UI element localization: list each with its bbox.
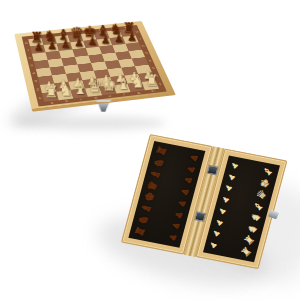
piece-black-pawn-h7: ♟ bbox=[127, 32, 137, 43]
piece-black-pawn-a7: ♟ bbox=[34, 42, 44, 53]
piece-black-pawn-g7: ♟ bbox=[114, 33, 124, 44]
piece-white-rook-a1: ♜ bbox=[44, 85, 58, 101]
stored-piece-dark-pawn: ♟ bbox=[174, 210, 184, 219]
stored-piece-dark-pawn: ♟ bbox=[177, 199, 187, 208]
piece-black-pawn-e7: ♟ bbox=[88, 36, 98, 47]
piece-white-rook-h1: ♜ bbox=[145, 73, 159, 89]
square-b1: ♞ bbox=[56, 90, 73, 100]
hinge-icon bbox=[194, 211, 206, 222]
piece-white-knight-g1: ♞ bbox=[131, 75, 145, 91]
square-c7: ♟ bbox=[57, 42, 73, 51]
stored-piece-light-pawn: ♟ bbox=[227, 172, 238, 183]
file-label-b: b bbox=[59, 98, 75, 103]
stored-piece-dark-pawn: ♟ bbox=[168, 233, 178, 242]
piece-white-king-e1: ♚ bbox=[102, 77, 117, 94]
piece-black-pawn-b7: ♟ bbox=[47, 40, 57, 51]
open-chessboard-scene: abcdefgh abcdefgh 87654321 87654321 ♜♞♝♛… bbox=[0, 0, 210, 150]
hinge-icon bbox=[207, 165, 219, 176]
piece-white-bishop-c1: ♝ bbox=[73, 81, 87, 97]
stored-piece-dark-rook: ♜ bbox=[133, 225, 147, 238]
piece-black-pawn-f7: ♟ bbox=[101, 35, 111, 46]
stored-piece-light-pawn: ♟ bbox=[208, 240, 219, 251]
square-a7: ♟ bbox=[30, 45, 45, 54]
stored-piece-light-pawn: ♟ bbox=[211, 229, 222, 240]
chess-board: abcdefgh abcdefgh 87654321 87654321 ♜♞♝♛… bbox=[14, 21, 176, 112]
square-d4 bbox=[77, 63, 93, 72]
stored-piece-light-pawn: ♟ bbox=[220, 195, 231, 206]
stored-piece-dark-pawn: ♟ bbox=[180, 187, 190, 196]
product-photo: abcdefgh abcdefgh 87654321 87654321 ♜♞♝♛… bbox=[0, 0, 300, 300]
stored-piece-dark-pawn: ♟ bbox=[183, 176, 193, 185]
stored-piece-dark-pawn: ♟ bbox=[186, 164, 196, 173]
square-d1: ♛ bbox=[85, 87, 102, 97]
square-d5 bbox=[75, 55, 91, 64]
stored-piece-dark-pawn: ♟ bbox=[189, 153, 199, 162]
stored-piece-light-pawn: ♟ bbox=[224, 183, 235, 194]
piece-white-bishop-f1: ♝ bbox=[116, 76, 130, 92]
square-h7: ♟ bbox=[123, 35, 139, 43]
square-e5 bbox=[88, 54, 104, 63]
board-pine-frame: abcdefgh abcdefgh 87654321 87654321 ♜♞♝♛… bbox=[14, 21, 176, 112]
stored-piece-light-pawn: ♟ bbox=[214, 217, 225, 228]
rank-label-5: 5 bbox=[142, 49, 151, 57]
piece-black-pawn-c7: ♟ bbox=[61, 39, 71, 50]
square-d7: ♟ bbox=[70, 41, 86, 50]
square-a5 bbox=[34, 60, 50, 69]
stored-piece-dark-pawn: ♟ bbox=[171, 221, 181, 230]
square-b7: ♟ bbox=[43, 44, 59, 53]
stored-piece-light-pawn: ♟ bbox=[230, 160, 241, 171]
piece-white-knight-b1: ♞ bbox=[59, 83, 73, 99]
square-h5 bbox=[129, 50, 146, 59]
piece-black-pawn-d7: ♟ bbox=[74, 38, 84, 49]
square-e7: ♟ bbox=[83, 40, 99, 49]
stored-piece-light-pawn: ♟ bbox=[217, 206, 228, 217]
board-coordinate-border: abcdefgh abcdefgh 87654321 87654321 ♜♞♝♛… bbox=[22, 25, 167, 106]
square-h6 bbox=[126, 42, 142, 51]
square-g7: ♟ bbox=[110, 37, 126, 45]
square-a1: ♜ bbox=[42, 92, 59, 102]
square-g5 bbox=[115, 51, 131, 60]
piece-white-queen-d1: ♛ bbox=[87, 79, 102, 96]
square-f7: ♟ bbox=[96, 38, 112, 47]
square-c1: ♝ bbox=[71, 88, 88, 98]
